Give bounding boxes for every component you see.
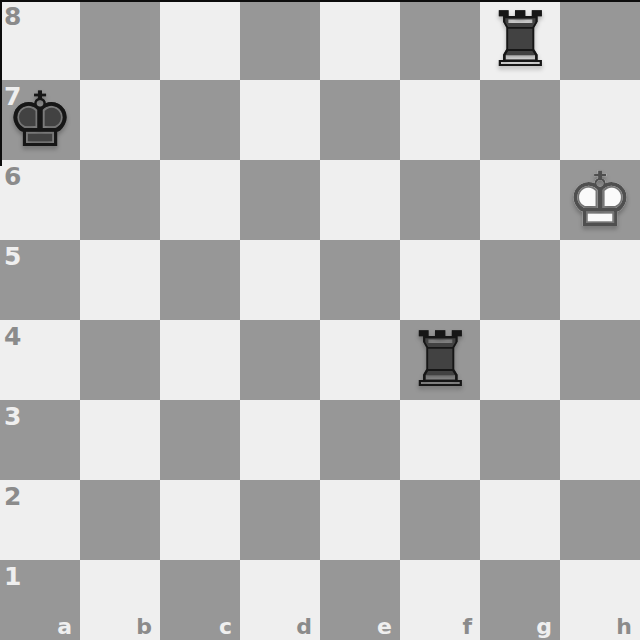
- square-d7[interactable]: [240, 80, 320, 160]
- rank-label-5: 5: [4, 242, 21, 271]
- black-rook-glyph-outline: ♖: [480, 0, 560, 80]
- square-b1[interactable]: b: [80, 560, 160, 640]
- black-rook-glyph-outline: ♖: [400, 320, 480, 400]
- square-g3[interactable]: [480, 400, 560, 480]
- square-e1[interactable]: e: [320, 560, 400, 640]
- square-a6[interactable]: 6: [0, 160, 80, 240]
- square-b2[interactable]: [80, 480, 160, 560]
- rank-label-8: 8: [4, 2, 21, 31]
- square-b5[interactable]: [80, 240, 160, 320]
- square-g6[interactable]: [480, 160, 560, 240]
- square-a7[interactable]: 7♚♔: [0, 80, 80, 160]
- square-d3[interactable]: [240, 400, 320, 480]
- square-c6[interactable]: [160, 160, 240, 240]
- square-d1[interactable]: d: [240, 560, 320, 640]
- square-c2[interactable]: [160, 480, 240, 560]
- square-e4[interactable]: [320, 320, 400, 400]
- square-b4[interactable]: [80, 320, 160, 400]
- square-g4[interactable]: [480, 320, 560, 400]
- square-d8[interactable]: [240, 0, 320, 80]
- window-edge-left: [0, 0, 2, 166]
- square-e7[interactable]: [320, 80, 400, 160]
- square-b7[interactable]: [80, 80, 160, 160]
- square-f4[interactable]: ♜♖: [400, 320, 480, 400]
- file-label-h: h: [616, 614, 632, 639]
- square-h8[interactable]: [560, 0, 640, 80]
- file-label-c: c: [219, 614, 232, 639]
- square-d4[interactable]: [240, 320, 320, 400]
- square-c1[interactable]: c: [160, 560, 240, 640]
- square-g8[interactable]: ♜♖: [480, 0, 560, 80]
- file-label-g: g: [536, 614, 552, 639]
- square-a4[interactable]: 4: [0, 320, 80, 400]
- square-f1[interactable]: f: [400, 560, 480, 640]
- square-e8[interactable]: [320, 0, 400, 80]
- black-king-a7[interactable]: ♚♔: [0, 80, 80, 160]
- square-f5[interactable]: [400, 240, 480, 320]
- square-a3[interactable]: 3: [0, 400, 80, 480]
- square-f7[interactable]: [400, 80, 480, 160]
- square-f6[interactable]: [400, 160, 480, 240]
- square-c3[interactable]: [160, 400, 240, 480]
- square-h6[interactable]: ♚♔: [560, 160, 640, 240]
- square-b8[interactable]: [80, 0, 160, 80]
- square-h2[interactable]: [560, 480, 640, 560]
- chess-board: 8♜♖7♚♔6♚♔54♜♖321abcdefgh: [0, 0, 640, 640]
- square-h4[interactable]: [560, 320, 640, 400]
- square-e2[interactable]: [320, 480, 400, 560]
- black-rook-f4[interactable]: ♜♖: [400, 320, 480, 400]
- square-h5[interactable]: [560, 240, 640, 320]
- square-c5[interactable]: [160, 240, 240, 320]
- square-d6[interactable]: [240, 160, 320, 240]
- square-f3[interactable]: [400, 400, 480, 480]
- window-edge-top: [0, 0, 640, 2]
- square-b6[interactable]: [80, 160, 160, 240]
- file-label-a: a: [57, 614, 72, 639]
- square-g1[interactable]: g: [480, 560, 560, 640]
- file-label-b: b: [136, 614, 152, 639]
- square-h1[interactable]: h: [560, 560, 640, 640]
- square-d5[interactable]: [240, 240, 320, 320]
- square-a2[interactable]: 2: [0, 480, 80, 560]
- rank-label-1: 1: [4, 562, 21, 591]
- square-g2[interactable]: [480, 480, 560, 560]
- chess-app: 8♜♖7♚♔6♚♔54♜♖321abcdefgh: [0, 0, 640, 640]
- file-label-d: d: [296, 614, 312, 639]
- square-a1[interactable]: 1a: [0, 560, 80, 640]
- square-c7[interactable]: [160, 80, 240, 160]
- square-c4[interactable]: [160, 320, 240, 400]
- file-label-e: e: [377, 614, 392, 639]
- white-king-glyph-outline: ♔: [560, 160, 640, 240]
- square-c8[interactable]: [160, 0, 240, 80]
- square-g5[interactable]: [480, 240, 560, 320]
- square-g7[interactable]: [480, 80, 560, 160]
- rank-label-4: 4: [4, 322, 21, 351]
- square-e6[interactable]: [320, 160, 400, 240]
- black-king-glyph-outline: ♔: [0, 80, 80, 160]
- white-king-h6[interactable]: ♚♔: [560, 160, 640, 240]
- square-f2[interactable]: [400, 480, 480, 560]
- square-f8[interactable]: [400, 0, 480, 80]
- square-d2[interactable]: [240, 480, 320, 560]
- rank-label-6: 6: [4, 162, 21, 191]
- rank-label-2: 2: [4, 482, 21, 511]
- square-e3[interactable]: [320, 400, 400, 480]
- rank-label-3: 3: [4, 402, 21, 431]
- square-b3[interactable]: [80, 400, 160, 480]
- square-e5[interactable]: [320, 240, 400, 320]
- file-label-f: f: [462, 614, 472, 639]
- square-a8[interactable]: 8: [0, 0, 80, 80]
- black-rook-g8[interactable]: ♜♖: [480, 0, 560, 80]
- square-h7[interactable]: [560, 80, 640, 160]
- square-a5[interactable]: 5: [0, 240, 80, 320]
- square-h3[interactable]: [560, 400, 640, 480]
